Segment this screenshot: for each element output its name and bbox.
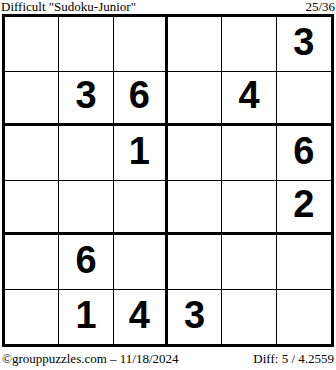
cell-r5c6 [277,235,331,290]
given-digit: 6 [75,241,96,279]
cell-r3c5 [222,126,276,181]
cell-r5c2: 6 [59,235,113,290]
cell-r4c1 [5,181,59,236]
cell-r6c2: 1 [59,290,113,345]
cell-r6c1 [5,290,59,345]
given-digit: 3 [75,76,96,114]
cell-r2c3: 6 [114,72,168,127]
footer: ©grouppuzzles.com – 11/18/2024 Diff: 5 /… [0,347,336,365]
copyright-date: ©grouppuzzles.com – 11/18/2024 [2,352,179,365]
cell-r5c1 [5,235,59,290]
given-digit: 3 [293,23,314,61]
given-digit: 1 [129,132,150,170]
cell-r4c5 [222,181,276,236]
cell-r4c4 [168,181,222,236]
cell-r2c4 [168,72,222,127]
given-digit: 3 [184,296,205,334]
given-digit: 1 [75,296,96,334]
cell-r2c1 [5,72,59,127]
cell-r1c6: 3 [277,17,331,72]
cell-r2c6 [277,72,331,127]
cell-r6c5 [222,290,276,345]
cell-r3c2 [59,126,113,181]
cell-r5c4 [168,235,222,290]
cell-r4c6: 2 [277,181,331,236]
cell-r5c3 [114,235,168,290]
difficulty-rating: Diff: 5 / 4.2559 [253,352,334,365]
given-digit: 6 [129,76,150,114]
cell-r1c2 [59,17,113,72]
puzzle-page: Difficult "Sudoku-Junior" 25/36 33641626… [0,0,336,370]
cell-r3c3: 1 [114,126,168,181]
cell-r4c3 [114,181,168,236]
empty-cell-counter: 25/36 [305,0,335,13]
cell-r6c6 [277,290,331,345]
cell-r1c3 [114,17,168,72]
sudoku-board: 33641626143 [2,14,334,347]
cell-r6c4: 3 [168,290,222,345]
cell-r2c5: 4 [222,72,276,127]
cell-r4c2 [59,181,113,236]
cell-r3c4 [168,126,222,181]
cell-r1c5 [222,17,276,72]
cell-r2c2: 3 [59,72,113,127]
cell-r5c5 [222,235,276,290]
cell-r3c1 [5,126,59,181]
given-digit: 2 [293,185,314,223]
given-digit: 4 [238,76,259,114]
puzzle-title: Difficult "Sudoku-Junior" [1,0,136,13]
given-digit: 4 [129,296,150,334]
cell-r6c3: 4 [114,290,168,345]
header: Difficult "Sudoku-Junior" 25/36 [0,0,336,14]
cell-r3c6: 6 [277,126,331,181]
given-digit: 6 [293,132,314,170]
cell-r1c1 [5,17,59,72]
cell-r1c4 [168,17,222,72]
